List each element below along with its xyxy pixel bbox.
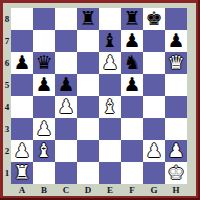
rank-labels-column: 87654321 [3,8,11,184]
piece-black-knight[interactable]: ♞ [121,52,143,74]
file-label-e: E [99,185,121,196]
file-label-g: G [143,185,165,196]
piece-black-pawn[interactable]: ♟ [121,30,143,52]
square-b6[interactable]: ♛ [33,52,55,74]
square-g1[interactable] [143,162,165,184]
square-d6[interactable] [77,52,99,74]
square-g2[interactable]: ♟ [143,140,165,162]
square-h3[interactable] [165,118,187,140]
square-g3[interactable] [143,118,165,140]
square-h7[interactable]: ♟ [165,30,187,52]
square-h8[interactable] [165,8,187,30]
rank-label-3: 3 [3,118,11,140]
piece-white-rook[interactable]: ♜ [11,162,33,184]
square-h6[interactable]: ♛ [165,52,187,74]
piece-white-queen[interactable]: ♛ [165,52,187,74]
square-a1[interactable]: ♜ [11,162,33,184]
square-b7[interactable] [33,30,55,52]
square-d3[interactable] [77,118,99,140]
square-c3[interactable] [55,118,77,140]
square-f6[interactable]: ♞ [121,52,143,74]
piece-black-pawn[interactable]: ♟ [165,30,187,52]
square-b5[interactable]: ♟ [33,74,55,96]
file-label-d: D [77,185,99,196]
square-g6[interactable] [143,52,165,74]
piece-white-pawn[interactable]: ♟ [33,118,55,140]
square-f1[interactable] [121,162,143,184]
square-b8[interactable] [33,8,55,30]
square-g8[interactable]: ♚ [143,8,165,30]
square-f8[interactable]: ♜ [121,8,143,30]
square-d5[interactable] [77,74,99,96]
square-b3[interactable]: ♟ [33,118,55,140]
piece-white-pawn[interactable]: ♟ [143,140,165,162]
square-a7[interactable] [11,30,33,52]
square-a6[interactable]: ♟ [11,52,33,74]
piece-white-pawn[interactable]: ♟ [11,140,33,162]
square-h4[interactable] [165,96,187,118]
square-e1[interactable] [99,162,121,184]
square-f5[interactable]: ♟ [121,74,143,96]
piece-white-pawn[interactable]: ♟ [165,140,187,162]
piece-black-rook[interactable]: ♜ [77,8,99,30]
rank-label-5: 5 [3,74,11,96]
piece-black-pawn[interactable]: ♟ [121,74,143,96]
square-h5[interactable] [165,74,187,96]
square-d4[interactable] [77,96,99,118]
square-e6[interactable]: ♟ [99,52,121,74]
rank-label-8: 8 [3,8,11,30]
piece-white-bishop[interactable]: ♝ [33,140,55,162]
piece-white-pawn[interactable]: ♟ [55,96,77,118]
square-g7[interactable] [143,30,165,52]
square-a3[interactable] [11,118,33,140]
square-a2[interactable]: ♟ [11,140,33,162]
square-b1[interactable] [33,162,55,184]
file-labels-row: ABCDEFGH [11,185,187,196]
square-g4[interactable] [143,96,165,118]
square-d8[interactable]: ♜ [77,8,99,30]
chessboard-frame: 87654321 ♜♜♚♝♟♟♟♛♟♞♛♟♟♟♟♝♟♟♝♟♟♜♚ ABCDEFG… [0,0,200,200]
piece-black-pawn[interactable]: ♟ [55,74,77,96]
board-panel: 87654321 ♜♜♚♝♟♟♟♛♟♞♛♟♟♟♟♝♟♟♝♟♟♜♚ ABCDEFG… [3,3,196,196]
rank-label-1: 1 [3,162,11,184]
piece-black-rook[interactable]: ♜ [121,8,143,30]
piece-black-king[interactable]: ♚ [143,8,165,30]
square-c5[interactable]: ♟ [55,74,77,96]
piece-black-pawn[interactable]: ♟ [11,52,33,74]
piece-black-bishop[interactable]: ♝ [99,30,121,52]
square-f7[interactable]: ♟ [121,30,143,52]
square-e5[interactable] [99,74,121,96]
rank-label-6: 6 [3,52,11,74]
square-e3[interactable] [99,118,121,140]
piece-white-pawn[interactable]: ♟ [99,52,121,74]
file-label-f: F [121,185,143,196]
square-e4[interactable]: ♝ [99,96,121,118]
square-a8[interactable] [11,8,33,30]
square-f4[interactable] [121,96,143,118]
square-d1[interactable] [77,162,99,184]
square-a5[interactable] [11,74,33,96]
square-c8[interactable] [55,8,77,30]
piece-black-queen[interactable]: ♛ [33,52,55,74]
rank-label-2: 2 [3,140,11,162]
square-b4[interactable] [33,96,55,118]
square-c4[interactable]: ♟ [55,96,77,118]
file-label-a: A [11,185,33,196]
square-h1[interactable]: ♚ [165,162,187,184]
square-c6[interactable] [55,52,77,74]
rank-label-4: 4 [3,96,11,118]
square-e7[interactable]: ♝ [99,30,121,52]
square-c2[interactable] [55,140,77,162]
piece-white-bishop[interactable]: ♝ [99,96,121,118]
rank-label-7: 7 [3,30,11,52]
square-c1[interactable] [55,162,77,184]
square-e8[interactable] [99,8,121,30]
square-g5[interactable] [143,74,165,96]
square-e2[interactable] [99,140,121,162]
piece-white-king[interactable]: ♚ [165,162,187,184]
chess-board[interactable]: ♜♜♚♝♟♟♟♛♟♞♛♟♟♟♟♝♟♟♝♟♟♜♚ [11,8,187,184]
square-d7[interactable] [77,30,99,52]
square-b2[interactable]: ♝ [33,140,55,162]
file-label-c: C [55,185,77,196]
file-label-h: H [165,185,187,196]
square-a4[interactable] [11,96,33,118]
file-label-b: B [33,185,55,196]
square-d2[interactable] [77,140,99,162]
square-h2[interactable]: ♟ [165,140,187,162]
square-c7[interactable] [55,30,77,52]
square-f3[interactable] [121,118,143,140]
square-f2[interactable] [121,140,143,162]
piece-black-pawn[interactable]: ♟ [33,74,55,96]
